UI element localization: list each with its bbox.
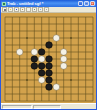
black-stone bbox=[46, 77, 53, 84]
forward-button[interactable] bbox=[32, 7, 37, 12]
hoshi-point bbox=[26, 37, 28, 39]
black-stone bbox=[38, 70, 45, 77]
save-button[interactable] bbox=[14, 7, 19, 12]
title-bar[interactable]: Trab - untitled sgf * _ □ × bbox=[1, 0, 96, 7]
close-button[interactable]: × bbox=[90, 1, 95, 6]
app-icon bbox=[2, 2, 6, 6]
white-stone bbox=[60, 49, 67, 56]
black-stone bbox=[46, 42, 53, 49]
black-stone bbox=[46, 63, 53, 70]
window-title: Trab - untitled sgf * bbox=[7, 1, 77, 6]
open-file-icon bbox=[10, 9, 11, 10]
black-stone bbox=[31, 56, 38, 63]
black-stone bbox=[46, 84, 53, 91]
status-bar bbox=[1, 103, 96, 109]
new-file-button[interactable] bbox=[2, 7, 7, 12]
info-button[interactable] bbox=[38, 7, 43, 12]
black-stone bbox=[46, 56, 53, 63]
back-button[interactable] bbox=[26, 7, 31, 12]
info-icon bbox=[40, 9, 41, 10]
white-stone bbox=[38, 56, 45, 63]
board-button[interactable] bbox=[20, 7, 25, 12]
black-stone bbox=[38, 63, 45, 70]
maximize-button[interactable]: □ bbox=[84, 1, 89, 6]
app-window: Trab - untitled sgf * _ □ × bbox=[0, 0, 97, 110]
status-segment-left bbox=[2, 105, 32, 109]
back-icon bbox=[28, 9, 29, 10]
save-icon bbox=[16, 9, 17, 10]
hoshi-point bbox=[70, 79, 72, 81]
board-svg bbox=[1, 13, 96, 104]
pass-icon bbox=[46, 9, 47, 10]
white-stone bbox=[38, 77, 45, 84]
white-stone bbox=[16, 49, 23, 56]
status-segment-mid bbox=[33, 105, 61, 109]
white-stone bbox=[31, 49, 38, 56]
go-board[interactable] bbox=[1, 13, 96, 104]
board-icon bbox=[22, 9, 23, 10]
new-file-icon bbox=[4, 9, 6, 11]
white-stone bbox=[53, 84, 60, 91]
open-file-button[interactable] bbox=[8, 7, 13, 12]
black-stone bbox=[38, 49, 45, 56]
pass-button[interactable] bbox=[44, 7, 49, 12]
minimize-button[interactable]: _ bbox=[78, 1, 83, 6]
black-stone bbox=[46, 70, 53, 77]
hoshi-point bbox=[70, 37, 72, 39]
hoshi-point bbox=[26, 79, 28, 81]
black-stone bbox=[31, 63, 38, 70]
white-stone bbox=[60, 63, 67, 70]
white-stone bbox=[60, 56, 67, 63]
white-stone bbox=[53, 35, 60, 42]
forward-icon bbox=[34, 9, 35, 10]
